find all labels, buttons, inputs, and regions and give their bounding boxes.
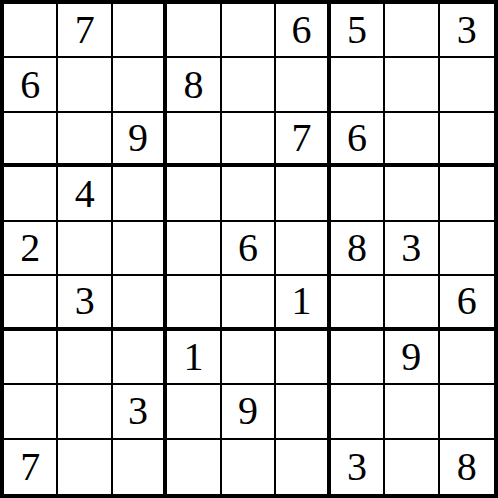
cell-r1c9: 3	[440, 4, 494, 58]
cell-r4c9[interactable]	[440, 167, 494, 221]
cell-r8c2[interactable]	[58, 385, 112, 439]
cell-r2c7[interactable]	[331, 58, 385, 112]
cell-r7c9[interactable]	[440, 331, 494, 385]
cell-r6c9: 6	[440, 276, 494, 330]
cell-r9c2[interactable]	[58, 440, 112, 494]
cell-r4c2: 4	[58, 167, 112, 221]
cell-r7c7[interactable]	[331, 331, 385, 385]
cell-r9c1: 7	[4, 440, 58, 494]
cell-r7c2[interactable]	[58, 331, 112, 385]
cell-r3c3: 9	[113, 113, 167, 167]
cell-r7c1[interactable]	[4, 331, 58, 385]
cell-r8c3: 3	[113, 385, 167, 439]
cell-r8c7[interactable]	[331, 385, 385, 439]
cell-r9c9: 8	[440, 440, 494, 494]
cell-r1c6: 6	[276, 4, 330, 58]
cell-r5c1: 2	[4, 222, 58, 276]
cell-r4c5[interactable]	[222, 167, 276, 221]
cell-r3c2[interactable]	[58, 113, 112, 167]
cell-r5c3[interactable]	[113, 222, 167, 276]
cell-r4c4[interactable]	[167, 167, 221, 221]
cell-r4c6[interactable]	[276, 167, 330, 221]
cell-r5c4[interactable]	[167, 222, 221, 276]
cell-r8c9[interactable]	[440, 385, 494, 439]
cell-r4c1[interactable]	[4, 167, 58, 221]
cell-r4c3[interactable]	[113, 167, 167, 221]
cell-r1c7: 5	[331, 4, 385, 58]
cell-r1c3[interactable]	[113, 4, 167, 58]
cell-r6c3[interactable]	[113, 276, 167, 330]
cell-r6c5[interactable]	[222, 276, 276, 330]
cell-r3c9[interactable]	[440, 113, 494, 167]
cell-r1c1[interactable]	[4, 4, 58, 58]
cell-r5c8: 3	[385, 222, 439, 276]
cell-r8c4[interactable]	[167, 385, 221, 439]
cell-r3c5[interactable]	[222, 113, 276, 167]
sudoku-board: 765368976426833161939738	[0, 0, 498, 498]
cell-r2c8[interactable]	[385, 58, 439, 112]
cell-r5c7: 8	[331, 222, 385, 276]
cell-r3c7: 6	[331, 113, 385, 167]
cell-r1c4[interactable]	[167, 4, 221, 58]
cell-r4c7[interactable]	[331, 167, 385, 221]
cell-r6c7[interactable]	[331, 276, 385, 330]
cell-r2c2[interactable]	[58, 58, 112, 112]
cell-r9c6[interactable]	[276, 440, 330, 494]
cell-r2c6[interactable]	[276, 58, 330, 112]
cell-r2c4: 8	[167, 58, 221, 112]
cell-r7c4: 1	[167, 331, 221, 385]
cell-r6c4[interactable]	[167, 276, 221, 330]
cell-r7c3[interactable]	[113, 331, 167, 385]
cell-r8c6[interactable]	[276, 385, 330, 439]
cell-r7c6[interactable]	[276, 331, 330, 385]
cell-r3c8[interactable]	[385, 113, 439, 167]
cell-r5c2[interactable]	[58, 222, 112, 276]
cell-r7c5[interactable]	[222, 331, 276, 385]
cell-r6c8[interactable]	[385, 276, 439, 330]
cell-r2c5[interactable]	[222, 58, 276, 112]
cell-r4c8[interactable]	[385, 167, 439, 221]
cell-r8c5: 9	[222, 385, 276, 439]
cell-r5c9[interactable]	[440, 222, 494, 276]
cell-r5c6[interactable]	[276, 222, 330, 276]
cell-r1c5[interactable]	[222, 4, 276, 58]
cell-r1c8[interactable]	[385, 4, 439, 58]
cell-r6c6: 1	[276, 276, 330, 330]
cell-r6c2: 3	[58, 276, 112, 330]
cell-r2c9[interactable]	[440, 58, 494, 112]
cell-r9c7: 3	[331, 440, 385, 494]
cell-r3c4[interactable]	[167, 113, 221, 167]
cell-r9c8[interactable]	[385, 440, 439, 494]
cell-r2c3[interactable]	[113, 58, 167, 112]
cell-r7c8: 9	[385, 331, 439, 385]
cell-r2c1: 6	[4, 58, 58, 112]
cell-r9c3[interactable]	[113, 440, 167, 494]
cell-r9c5[interactable]	[222, 440, 276, 494]
cell-r6c1[interactable]	[4, 276, 58, 330]
cell-r3c6: 7	[276, 113, 330, 167]
cell-r9c4[interactable]	[167, 440, 221, 494]
cell-r1c2: 7	[58, 4, 112, 58]
cell-r5c5: 6	[222, 222, 276, 276]
cell-r3c1[interactable]	[4, 113, 58, 167]
cell-r8c8[interactable]	[385, 385, 439, 439]
cell-r8c1[interactable]	[4, 385, 58, 439]
